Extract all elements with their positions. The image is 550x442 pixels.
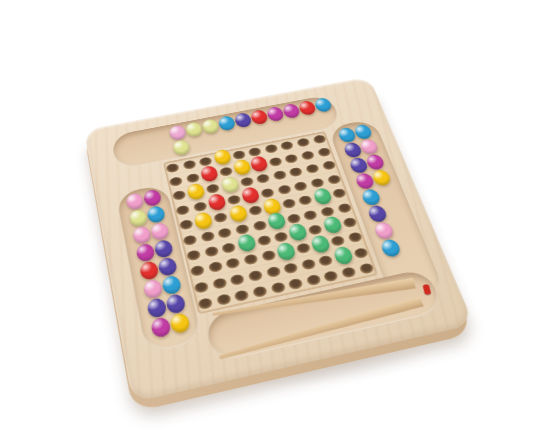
hole [312,134,327,144]
hole [286,213,301,224]
hole [358,263,374,275]
grid-cell-r7c9 [344,228,367,247]
hole [230,273,246,286]
hole [325,220,341,232]
bead-blue[interactable] [379,238,402,258]
grid-cell-r9c5 [285,274,308,294]
hole [176,205,191,216]
hole [278,246,294,258]
grid-cell-r8c2 [227,270,249,290]
hole [204,246,219,258]
hole [296,137,311,147]
tweezers-red-tip [423,284,432,295]
hole [296,243,312,255]
grid-cell-r8c9 [349,244,372,263]
bead-magenta[interactable] [142,189,162,208]
bead-green[interactable] [287,223,309,243]
hole [183,234,198,246]
grid-cell-r8c7 [315,251,338,270]
hole [219,166,234,177]
bead-pink[interactable] [131,225,151,245]
hole [256,235,272,247]
hole [265,266,281,278]
hole [172,190,187,201]
hole [298,195,313,206]
grid-cell-r6c6 [288,224,310,243]
grid-cell-r7c3 [240,250,262,269]
hole [186,249,201,261]
grid-cell-r7c8 [327,232,349,251]
hole [260,187,275,198]
grid-cell-r7c1 [205,258,227,278]
grid-cell-r6c3 [236,235,258,254]
hole [326,174,341,185]
grid-cell-r8c0 [191,277,213,297]
hole [248,270,264,282]
grid-cell-r7c6 [292,239,314,258]
hole [248,147,262,157]
grid-cell-r6c2 [218,238,240,257]
hole [335,251,351,263]
grid-cell-r9c8 [337,263,360,283]
hole [216,293,232,306]
hole [291,228,307,240]
bead-magenta[interactable] [135,243,156,263]
bead-pink[interactable] [358,138,379,155]
hole [308,224,324,236]
hole [239,177,254,188]
hole [320,206,335,217]
hole [252,220,267,232]
hole [198,297,214,310]
bead-yellow[interactable] [370,169,392,187]
hole [281,198,296,209]
hole [261,250,277,262]
grid-cell-r8c3 [244,266,266,286]
hole [212,277,228,290]
hole [342,217,358,229]
hole [313,239,329,251]
hole [322,161,337,172]
grid-cell-r9c4 [267,278,290,298]
hole [227,194,242,205]
hole [234,290,250,303]
bead-green[interactable] [275,241,297,261]
bead-blue[interactable] [352,124,373,141]
grid-cell-r6c5 [270,228,292,247]
bead-pale-yellow[interactable] [184,121,203,138]
hole [179,219,194,231]
hole [306,274,322,287]
bead-purple[interactable] [366,204,388,223]
hole [206,183,221,194]
hole [303,209,318,220]
grid-cell-r8c1 [209,273,231,293]
grid-cell-r6c7 [305,221,327,240]
bead-red[interactable] [138,260,159,281]
hole [277,184,292,195]
hole [284,154,299,164]
grid-cell-r5c2 [214,223,235,242]
hole [317,147,332,157]
grid-cell-r9c9 [355,259,378,279]
hole [289,167,304,178]
grid-cell-r8c8 [332,247,355,266]
bead-blue[interactable] [146,205,166,224]
grid-cell-r5c1 [197,227,218,246]
bead-purple[interactable] [157,256,178,277]
bead-purple[interactable] [164,293,186,315]
hole [274,231,290,243]
hole [214,212,229,223]
hole [208,261,224,273]
hole [194,281,210,294]
grid-cell-r7c5 [275,243,297,262]
grid-cell-r5c3 [232,220,253,239]
bead-pale-yellow[interactable] [128,208,148,227]
hole [288,278,304,291]
hole [330,235,346,247]
grid-cell-r9c3 [249,282,272,302]
grid-cell-r6c0 [183,246,204,265]
hole [252,286,268,299]
hole [166,163,180,174]
grid-cell-r7c7 [310,236,332,255]
grid-cell-r7c2 [222,254,244,274]
grid-cell-r7c0 [187,261,209,281]
bead-pink[interactable] [125,192,145,211]
hole [283,262,299,274]
hole [264,143,278,153]
bead-magenta[interactable] [364,153,385,171]
hole [337,202,353,213]
hole [200,230,215,242]
grid-cell-r6c1 [201,242,223,261]
grid-cell-r6c4 [253,231,275,250]
hole [353,247,369,259]
hole [182,159,196,170]
bead-green[interactable] [332,246,355,267]
hole [239,238,254,250]
hole [273,170,288,181]
bead-yellow[interactable] [168,312,190,335]
bead-pale-yellow[interactable] [172,139,191,156]
hole [193,201,208,212]
bead-magenta[interactable] [149,316,171,339]
grid-cell-r5c0 [180,231,201,250]
grid-cell-r6c9 [339,214,361,232]
hole [270,282,286,295]
bead-light-pink[interactable] [168,124,187,141]
hole [169,176,183,187]
hole [256,174,271,185]
bead-pink[interactable] [149,222,170,242]
hole [294,181,309,192]
grid-cell-r8c5 [280,258,303,278]
grid-cell-r9c2 [231,286,254,306]
grid-cell-r9c1 [213,290,235,311]
hole [226,257,242,269]
grid-cell-r9c0 [195,294,217,315]
product-photo [0,0,550,442]
grid-cell-r9c7 [320,267,343,287]
bead-purple[interactable] [153,239,174,259]
hole [248,205,263,216]
hole [341,266,357,278]
hole [318,254,334,266]
hole [280,140,295,150]
bead-red[interactable] [249,109,269,126]
hole [199,156,213,166]
hole [301,258,317,270]
bead-blue[interactable] [313,97,333,113]
hole [235,223,250,235]
hole [347,232,363,244]
bead-blue[interactable] [360,188,382,207]
bead-blue[interactable] [160,274,181,295]
grid-cell-r8c4 [262,262,284,282]
grid-cell-r7c4 [258,246,280,265]
hole [310,177,325,188]
bead-green[interactable] [236,233,258,253]
bead-blue[interactable] [217,115,236,132]
hole [268,157,283,167]
hole [243,254,259,266]
hole [190,265,206,277]
hole [331,188,346,199]
bead-purple[interactable] [146,297,168,319]
grid-cell-r9c6 [302,270,325,290]
bead-pink[interactable] [142,278,163,300]
bead-pink[interactable] [372,221,395,241]
bead-green[interactable] [309,234,331,254]
hole [186,173,200,184]
bead-pale-yellow[interactable] [201,118,220,135]
hole [222,242,237,254]
hole [305,164,320,175]
grid-cell-r8c6 [297,255,320,275]
tweezers-upper-stick[interactable] [211,278,416,320]
bead-purple[interactable] [233,112,253,129]
hole [323,270,339,282]
hole [232,150,246,160]
hole [218,227,233,239]
hole [301,150,316,160]
